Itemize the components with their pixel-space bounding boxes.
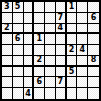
cell-empty-r1c5[interactable]	[45, 2, 56, 13]
cell-empty-r2c7[interactable]	[67, 13, 78, 24]
cell-empty-r6c1[interactable]	[2, 56, 13, 67]
given-digit: 1	[69, 2, 75, 10]
cell-empty-r5c6[interactable]	[56, 45, 67, 56]
sudoku-board: 35176246124285674	[0, 0, 101, 101]
cell-empty-r2c3[interactable]	[24, 13, 35, 24]
cell-given-r2c9[interactable]: 6	[88, 13, 99, 24]
cell-empty-r4c6[interactable]	[56, 34, 67, 45]
cell-given-r1c2[interactable]: 5	[13, 2, 24, 13]
cell-empty-r7c4[interactable]	[34, 67, 45, 78]
given-digit: 2	[36, 56, 42, 64]
cell-empty-r2c4[interactable]	[34, 13, 45, 24]
cell-empty-r8c1[interactable]	[2, 77, 13, 88]
given-digit: 7	[57, 78, 63, 86]
cell-empty-r1c9[interactable]	[88, 2, 99, 13]
cell-empty-r3c9[interactable]	[88, 24, 99, 35]
cell-given-r9c3[interactable]: 4	[24, 88, 35, 99]
given-digit: 8	[91, 56, 97, 64]
cell-empty-r2c5[interactable]	[45, 13, 56, 24]
cell-empty-r4c7[interactable]	[67, 34, 78, 45]
cell-given-r5c7[interactable]: 2	[67, 45, 78, 56]
cell-empty-r9c7[interactable]	[67, 88, 78, 99]
cell-empty-r4c8[interactable]	[77, 34, 88, 45]
cell-given-r8c6[interactable]: 7	[56, 77, 67, 88]
cell-empty-r9c2[interactable]	[13, 88, 24, 99]
cell-empty-r6c3[interactable]	[24, 56, 35, 67]
cell-given-r7c7[interactable]: 5	[67, 67, 78, 78]
given-digit: 6	[36, 78, 42, 86]
cell-empty-r7c1[interactable]	[2, 67, 13, 78]
cell-empty-r1c8[interactable]	[77, 2, 88, 13]
cell-given-r9c9[interactable]	[88, 88, 99, 99]
cell-given-r8c4[interactable]: 6	[34, 77, 45, 88]
cell-empty-r3c5[interactable]	[45, 24, 56, 35]
cell-empty-r6c7[interactable]	[67, 56, 78, 67]
cell-empty-r9c1[interactable]	[2, 88, 13, 99]
cell-empty-r8c9[interactable]	[88, 77, 99, 88]
cell-empty-r9c6[interactable]	[56, 88, 67, 99]
cell-empty-r4c5[interactable]	[45, 34, 56, 45]
cell-empty-r8c7[interactable]	[67, 77, 78, 88]
cell-given-r5c8[interactable]: 4	[77, 45, 88, 56]
cell-empty-r3c8[interactable]	[77, 24, 88, 35]
cell-given-r3c1[interactable]: 2	[2, 24, 13, 35]
cell-empty-r9c4[interactable]	[34, 88, 45, 99]
cell-empty-r8c5[interactable]	[45, 77, 56, 88]
given-digit: 7	[57, 13, 63, 21]
cell-empty-r2c2[interactable]	[13, 13, 24, 24]
cell-empty-r5c3[interactable]	[24, 45, 35, 56]
cell-empty-r8c2[interactable]	[13, 77, 24, 88]
cell-empty-r6c6[interactable]	[56, 56, 67, 67]
cell-empty-r6c8[interactable]	[77, 56, 88, 67]
cell-empty-r6c5[interactable]	[45, 56, 56, 67]
cell-empty-r1c6[interactable]	[56, 2, 67, 13]
given-digit: 2	[4, 23, 10, 31]
cell-empty-r7c3[interactable]	[24, 67, 35, 78]
cell-empty-r2c8[interactable]	[77, 13, 88, 24]
given-digit: 5	[15, 2, 21, 10]
cell-empty-r9c8[interactable]	[77, 88, 88, 99]
cell-empty-r3c7[interactable]	[67, 24, 78, 35]
given-digit: 2	[69, 45, 75, 53]
cell-empty-r8c8[interactable]	[77, 77, 88, 88]
cell-given-r1c7[interactable]: 1	[67, 2, 78, 13]
given-digit: 5	[69, 67, 75, 75]
cell-given-r4c4[interactable]: 1	[34, 34, 45, 45]
cell-empty-r8c3[interactable]	[24, 77, 35, 88]
cell-empty-r3c2[interactable]	[13, 24, 24, 35]
cell-empty-r1c3[interactable]	[24, 2, 35, 13]
cell-empty-r7c9[interactable]	[88, 67, 99, 78]
cell-given-r4c2[interactable]: 6	[13, 34, 24, 45]
cell-empty-r9c5[interactable]	[45, 88, 56, 99]
given-digit: 4	[57, 23, 63, 31]
cell-empty-r6c2[interactable]	[13, 56, 24, 67]
cell-empty-r1c4[interactable]	[34, 2, 45, 13]
given-digit: 4	[25, 89, 31, 97]
cell-empty-r7c2[interactable]	[13, 67, 24, 78]
cell-given-r6c4[interactable]: 2	[34, 56, 45, 67]
given-digit: 3	[4, 2, 10, 10]
cell-empty-r7c8[interactable]	[77, 67, 88, 78]
cell-empty-r5c1[interactable]	[2, 45, 13, 56]
cell-empty-r3c3[interactable]	[24, 24, 35, 35]
cell-empty-r7c6[interactable]	[56, 67, 67, 78]
cell-empty-r5c2[interactable]	[13, 45, 24, 56]
cell-given-r1c1[interactable]: 3	[2, 2, 13, 13]
cell-given-r6c9[interactable]: 8	[88, 56, 99, 67]
given-digit: 6	[15, 35, 21, 43]
cell-empty-r4c3[interactable]	[24, 34, 35, 45]
cell-empty-r5c5[interactable]	[45, 45, 56, 56]
given-digit: 1	[36, 35, 42, 43]
cell-empty-r4c9[interactable]	[88, 34, 99, 45]
given-digit: 6	[91, 13, 97, 21]
cell-empty-r4c1[interactable]	[2, 34, 13, 45]
cell-given-r3c6[interactable]: 4	[56, 24, 67, 35]
given-digit: 4	[80, 45, 86, 53]
cell-empty-r3c4[interactable]	[34, 24, 45, 35]
cell-empty-r7c5[interactable]	[45, 67, 56, 78]
